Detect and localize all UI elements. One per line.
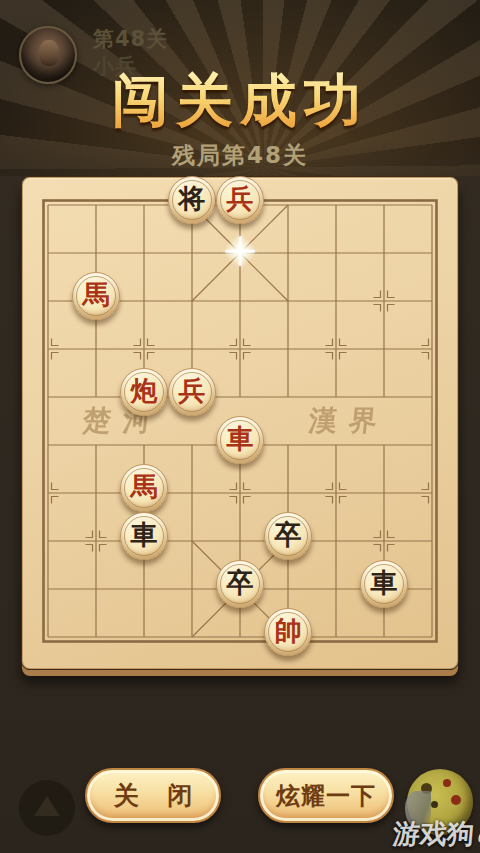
level-subtitle: 残局第48关 xyxy=(0,140,480,171)
move-sparkle-icon xyxy=(223,234,257,268)
piece-label: 馬 xyxy=(131,474,158,501)
home-button[interactable] xyxy=(19,780,75,836)
piece-label: 将 xyxy=(179,186,206,213)
piece-label: 卒 xyxy=(275,522,302,549)
piece-label: 車 xyxy=(371,570,398,597)
level-badge: 第48关 xyxy=(93,25,168,53)
piece-label: 帥 xyxy=(275,618,302,645)
piece-label: 兵 xyxy=(179,378,206,405)
piece-red[interactable]: 車 xyxy=(216,416,264,464)
dog-icon xyxy=(475,824,480,844)
pieces-layer: 将兵馬炮兵車馬車卒卒車帥 xyxy=(24,181,456,661)
piece-red[interactable]: 馬 xyxy=(72,272,120,320)
page-title: 闯关成功 xyxy=(0,63,480,140)
show-off-button[interactable]: 炫耀一下 xyxy=(258,768,394,823)
piece-black[interactable]: 卒 xyxy=(264,512,312,560)
watermark: 游戏狗 xyxy=(391,816,480,852)
piece-red[interactable]: 馬 xyxy=(120,464,168,512)
piece-label: 馬 xyxy=(83,282,110,309)
close-button[interactable]: 关 闭 xyxy=(85,768,221,823)
piece-red[interactable]: 兵 xyxy=(216,176,264,224)
xiangqi-board: 楚河 漢界 将兵馬炮兵車馬車卒卒車帥 xyxy=(21,176,459,670)
piece-red[interactable]: 炮 xyxy=(120,368,168,416)
piece-red[interactable]: 帥 xyxy=(264,608,312,656)
watermark-text: 游戏狗 xyxy=(391,816,475,852)
level-complete-screen: 第48关 小兵 闯关成功 残局第48关 楚河 漢界 将兵馬炮兵車馬車卒卒車帥 关… xyxy=(0,0,480,853)
piece-black[interactable]: 車 xyxy=(360,560,408,608)
piece-black[interactable]: 将 xyxy=(168,176,216,224)
piece-label: 炮 xyxy=(131,378,158,405)
piece-label: 兵 xyxy=(227,186,254,213)
piece-label: 車 xyxy=(131,522,158,549)
piece-label: 卒 xyxy=(227,570,254,597)
piece-black[interactable]: 卒 xyxy=(216,560,264,608)
piece-red[interactable]: 兵 xyxy=(168,368,216,416)
piece-label: 車 xyxy=(227,426,254,453)
piece-black[interactable]: 車 xyxy=(120,512,168,560)
